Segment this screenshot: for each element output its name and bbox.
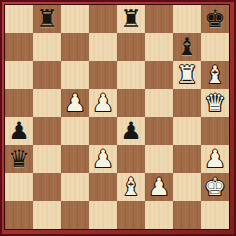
- black-bishop-g7: ♝: [176, 33, 198, 61]
- white-queen-h5: ♛: [204, 89, 226, 117]
- square-c3[interactable]: [61, 145, 89, 173]
- white-pawn-h3: ♟: [204, 145, 226, 173]
- black-pawn-e4: ♟: [120, 117, 142, 145]
- square-b2[interactable]: [33, 173, 61, 201]
- square-h7[interactable]: [201, 33, 229, 61]
- square-c4[interactable]: [61, 117, 89, 145]
- square-e5[interactable]: [117, 89, 145, 117]
- square-g1[interactable]: [173, 201, 201, 229]
- square-f5[interactable]: [145, 89, 173, 117]
- square-a3[interactable]: ♛: [5, 145, 33, 173]
- white-pawn-f2: ♟: [148, 173, 170, 201]
- square-h8[interactable]: ♚: [201, 5, 229, 33]
- square-d3[interactable]: ♟: [89, 145, 117, 173]
- square-e6[interactable]: [117, 61, 145, 89]
- board-frame-inner: ♜♜♚♝♜♝♟♟♛♟♟♛♟♟♝♟♚: [2, 2, 234, 234]
- square-d4[interactable]: [89, 117, 117, 145]
- square-a4[interactable]: ♟: [5, 117, 33, 145]
- square-f7[interactable]: [145, 33, 173, 61]
- square-e1[interactable]: [117, 201, 145, 229]
- square-c6[interactable]: [61, 61, 89, 89]
- square-g6[interactable]: ♜: [173, 61, 201, 89]
- square-a5[interactable]: [5, 89, 33, 117]
- square-h6[interactable]: ♝: [201, 61, 229, 89]
- square-f2[interactable]: ♟: [145, 173, 173, 201]
- white-pawn-d3: ♟: [92, 145, 114, 173]
- square-f3[interactable]: [145, 145, 173, 173]
- white-bishop-e2: ♝: [120, 173, 142, 201]
- square-d6[interactable]: [89, 61, 117, 89]
- square-g4[interactable]: [173, 117, 201, 145]
- square-g8[interactable]: [173, 5, 201, 33]
- square-a1[interactable]: [5, 201, 33, 229]
- square-b7[interactable]: [33, 33, 61, 61]
- black-queen-a3: ♛: [8, 145, 30, 173]
- square-a2[interactable]: [5, 173, 33, 201]
- square-d1[interactable]: [89, 201, 117, 229]
- square-h3[interactable]: ♟: [201, 145, 229, 173]
- square-g5[interactable]: [173, 89, 201, 117]
- black-king-h8: ♚: [204, 5, 226, 33]
- square-b5[interactable]: [33, 89, 61, 117]
- square-h4[interactable]: [201, 117, 229, 145]
- white-bishop-h6: ♝: [204, 61, 226, 89]
- square-h2[interactable]: ♚: [201, 173, 229, 201]
- square-b3[interactable]: [33, 145, 61, 173]
- black-rook-e8: ♜: [120, 5, 142, 33]
- square-e3[interactable]: [117, 145, 145, 173]
- square-f4[interactable]: [145, 117, 173, 145]
- square-c1[interactable]: [61, 201, 89, 229]
- square-e2[interactable]: ♝: [117, 173, 145, 201]
- square-e4[interactable]: ♟: [117, 117, 145, 145]
- square-g2[interactable]: [173, 173, 201, 201]
- black-rook-b8: ♜: [36, 5, 58, 33]
- board-frame-outer: ♜♜♚♝♜♝♟♟♛♟♟♛♟♟♝♟♚: [0, 0, 236, 236]
- square-c7[interactable]: [61, 33, 89, 61]
- square-f1[interactable]: [145, 201, 173, 229]
- square-a8[interactable]: [5, 5, 33, 33]
- square-f8[interactable]: [145, 5, 173, 33]
- square-b8[interactable]: ♜: [33, 5, 61, 33]
- square-b4[interactable]: [33, 117, 61, 145]
- square-a6[interactable]: [5, 61, 33, 89]
- square-b6[interactable]: [33, 61, 61, 89]
- square-d5[interactable]: ♟: [89, 89, 117, 117]
- white-pawn-d5: ♟: [92, 89, 114, 117]
- square-b1[interactable]: [33, 201, 61, 229]
- square-a7[interactable]: [5, 33, 33, 61]
- square-c2[interactable]: [61, 173, 89, 201]
- square-h1[interactable]: [201, 201, 229, 229]
- square-c5[interactable]: ♟: [61, 89, 89, 117]
- white-rook-g6: ♜: [176, 61, 198, 89]
- square-d2[interactable]: [89, 173, 117, 201]
- square-e8[interactable]: ♜: [117, 5, 145, 33]
- chessboard: ♜♜♚♝♜♝♟♟♛♟♟♛♟♟♝♟♚: [4, 4, 230, 230]
- square-c8[interactable]: [61, 5, 89, 33]
- white-pawn-c5: ♟: [64, 89, 86, 117]
- square-g3[interactable]: [173, 145, 201, 173]
- square-f6[interactable]: [145, 61, 173, 89]
- square-h5[interactable]: ♛: [201, 89, 229, 117]
- white-king-h2: ♚: [204, 173, 226, 201]
- square-e7[interactable]: [117, 33, 145, 61]
- square-d8[interactable]: [89, 5, 117, 33]
- square-g7[interactable]: ♝: [173, 33, 201, 61]
- black-pawn-a4: ♟: [8, 117, 30, 145]
- square-d7[interactable]: [89, 33, 117, 61]
